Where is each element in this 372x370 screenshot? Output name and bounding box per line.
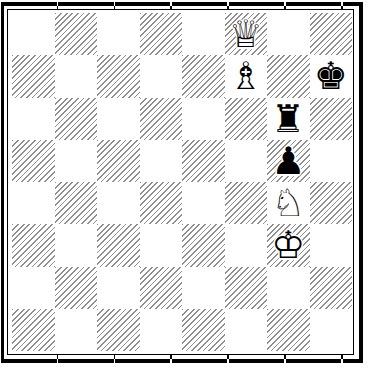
square-a3 [12,224,55,266]
square-a7 [12,55,55,97]
square-a5 [12,140,55,182]
square-g2 [267,267,310,309]
square-a4 [12,182,55,224]
square-g7 [267,55,310,97]
square-b8 [55,13,98,55]
square-g8 [267,13,310,55]
square-h1 [310,309,353,351]
square-d6 [140,98,183,140]
white-bishop: ♝♗ [229,57,263,95]
square-g6: ♜ [267,98,310,140]
square-c5 [97,140,140,182]
board-frame-outer-right [359,2,363,363]
white-queen: ♛♕ [229,15,263,53]
square-c8 [97,13,140,55]
square-f7: ♝♗ [225,55,268,97]
square-b5 [55,140,98,182]
square-b4 [55,182,98,224]
square-e5 [182,140,225,182]
black-king: ♚ [314,57,348,95]
chessboard: ♛♕♝♗♚♜♟♞♘♚♔ [12,13,352,351]
square-d5 [140,140,183,182]
chess-diagram: ♛♕♝♗♚♜♟♞♘♚♔ [0,0,372,370]
square-c6 [97,98,140,140]
square-h4 [310,182,353,224]
square-e4 [182,182,225,224]
square-c4 [97,182,140,224]
square-b1 [55,309,98,351]
square-d8 [140,13,183,55]
square-a8 [12,13,55,55]
square-a1 [12,309,55,351]
white-king: ♚♔ [271,226,305,264]
square-d7 [140,55,183,97]
square-c2 [97,267,140,309]
square-d3 [140,224,183,266]
square-h5 [310,140,353,182]
square-c3 [97,224,140,266]
square-g3: ♚♔ [267,224,310,266]
square-b6 [55,98,98,140]
square-b7 [55,55,98,97]
square-e3 [182,224,225,266]
square-h8 [310,13,353,55]
square-a6 [12,98,55,140]
square-e6 [182,98,225,140]
square-b3 [55,224,98,266]
black-rook: ♜ [271,100,305,138]
square-h6 [310,98,353,140]
square-b2 [55,267,98,309]
board-frame-outer-left [1,2,4,363]
square-g4: ♞♘ [267,182,310,224]
square-f5 [225,140,268,182]
square-d2 [140,267,183,309]
black-pawn: ♟ [271,142,305,180]
square-e1 [182,309,225,351]
square-f4 [225,182,268,224]
square-g1 [267,309,310,351]
board-frame-outer-bottom [1,359,363,363]
square-c7 [97,55,140,97]
board-frame-ticks-bottom [1,355,363,359]
square-h7: ♚ [310,55,353,97]
square-a2 [12,267,55,309]
square-e8 [182,13,225,55]
square-h2 [310,267,353,309]
square-d1 [140,309,183,351]
square-e2 [182,267,225,309]
square-g5: ♟ [267,140,310,182]
square-d4 [140,182,183,224]
square-f2 [225,267,268,309]
square-f8: ♛♕ [225,13,268,55]
square-h3 [310,224,353,266]
white-knight: ♞♘ [271,184,305,222]
square-f6 [225,98,268,140]
square-f1 [225,309,268,351]
square-f3 [225,224,268,266]
square-c1 [97,309,140,351]
square-e7 [182,55,225,97]
